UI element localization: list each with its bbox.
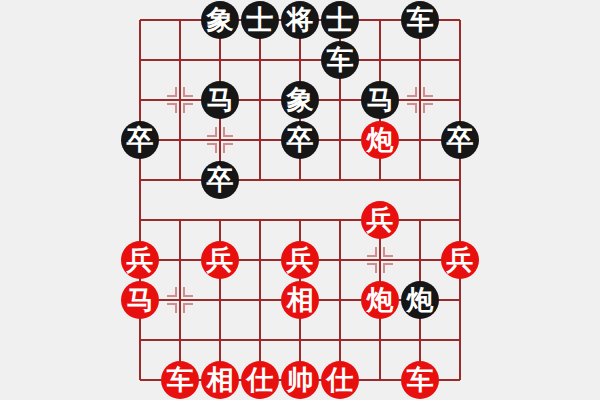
piece-black-elephant[interactable]: 象 xyxy=(281,81,319,119)
piece-black-advisor[interactable]: 士 xyxy=(241,1,279,39)
piece-black-chariot[interactable]: 车 xyxy=(321,41,359,79)
piece-red-soldier[interactable]: 兵 xyxy=(201,241,239,279)
xiangqi-board: 象士将士车车马象马卒卒炮卒卒兵兵兵兵兵马相炮炮车相仕帅仕车 xyxy=(0,0,600,400)
piece-red-elephant[interactable]: 相 xyxy=(201,361,239,399)
piece-black-soldier[interactable]: 卒 xyxy=(201,161,239,199)
piece-red-soldier[interactable]: 兵 xyxy=(281,241,319,279)
piece-black-chariot[interactable]: 车 xyxy=(401,1,439,39)
piece-red-chariot[interactable]: 车 xyxy=(401,361,439,399)
piece-black-horse[interactable]: 马 xyxy=(201,81,239,119)
piece-red-soldier[interactable]: 兵 xyxy=(121,241,159,279)
piece-black-soldier[interactable]: 卒 xyxy=(441,121,479,159)
piece-black-general[interactable]: 将 xyxy=(281,1,319,39)
piece-black-elephant[interactable]: 象 xyxy=(201,1,239,39)
piece-red-advisor[interactable]: 仕 xyxy=(321,361,359,399)
piece-red-chariot[interactable]: 车 xyxy=(161,361,199,399)
piece-red-elephant[interactable]: 相 xyxy=(281,281,319,319)
piece-red-cannon[interactable]: 炮 xyxy=(361,281,399,319)
piece-red-soldier[interactable]: 兵 xyxy=(441,241,479,279)
piece-black-horse[interactable]: 马 xyxy=(361,81,399,119)
piece-red-cannon[interactable]: 炮 xyxy=(361,121,399,159)
piece-grid: 象士将士车车马象马卒卒炮卒卒兵兵兵兵兵马相炮炮车相仕帅仕车 xyxy=(120,0,480,400)
piece-red-soldier[interactable]: 兵 xyxy=(361,201,399,239)
piece-red-horse[interactable]: 马 xyxy=(121,281,159,319)
piece-black-soldier[interactable]: 卒 xyxy=(281,121,319,159)
piece-red-advisor[interactable]: 仕 xyxy=(241,361,279,399)
piece-black-advisor[interactable]: 士 xyxy=(321,1,359,39)
piece-black-soldier[interactable]: 卒 xyxy=(121,121,159,159)
piece-black-cannon[interactable]: 炮 xyxy=(401,281,439,319)
piece-red-general[interactable]: 帅 xyxy=(281,361,319,399)
